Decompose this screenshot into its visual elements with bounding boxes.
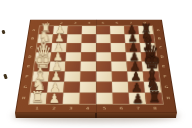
rank-label: 8 [146, 106, 163, 111]
square-a6 [110, 26, 125, 34]
black-pawn: ♟ [125, 32, 140, 43]
square-f1: ♝ [32, 72, 49, 82]
square-g7: ♟ [128, 82, 145, 93]
white-pawn: ♟ [48, 70, 64, 82]
square-e7: ♟ [127, 62, 143, 72]
square-c6 [111, 43, 126, 52]
square-a1: ♜ [39, 26, 54, 34]
chess-set-photo: 12345678 12345678 ABCDEFGH ABCDEFGH ♜♟♟♜… [0, 0, 192, 128]
white-pawn: ♟ [46, 92, 63, 105]
square-e5 [96, 62, 112, 72]
rank-label: 1 [28, 106, 45, 111]
square-g3 [63, 82, 80, 93]
file-label: C [156, 43, 165, 52]
square-a5 [96, 26, 110, 34]
brass-clasp-icon [2, 30, 6, 35]
white-pawn: ♟ [49, 60, 65, 72]
square-e3 [65, 62, 81, 72]
square-g5 [96, 82, 112, 93]
square-g2: ♟ [47, 82, 64, 93]
square-h4 [79, 93, 96, 104]
square-g8: ♞ [144, 82, 161, 93]
square-f7: ♟ [127, 72, 144, 82]
square-h2: ♟ [46, 93, 63, 104]
rank-label: 5 [96, 106, 113, 111]
square-d2: ♟ [50, 52, 66, 61]
square-c5 [96, 43, 111, 52]
rank-label: 7 [124, 21, 138, 24]
square-e8: ♚ [142, 62, 159, 72]
white-pawn: ♟ [50, 51, 65, 63]
file-label: F [160, 72, 170, 82]
rank-label: 6 [113, 106, 130, 111]
square-f4 [80, 72, 96, 82]
white-pawn: ♟ [52, 32, 67, 43]
square-e2: ♟ [49, 62, 65, 72]
square-h8: ♜ [145, 93, 163, 104]
square-e4 [80, 62, 96, 72]
square-h5 [96, 93, 113, 104]
black-pawn: ♟ [129, 92, 146, 105]
black-pawn: ♟ [129, 81, 145, 93]
file-label: H [18, 93, 28, 104]
file-label: B [155, 34, 164, 43]
square-d3 [65, 52, 81, 61]
square-f5 [96, 72, 112, 82]
square-d5 [96, 52, 111, 61]
square-b1: ♞ [38, 34, 54, 43]
rank-label: 3 [68, 21, 82, 24]
square-a2: ♟ [53, 26, 68, 34]
square-g6 [112, 82, 129, 93]
square-d8: ♛ [141, 52, 157, 61]
square-b7: ♟ [125, 34, 140, 43]
square-a7: ♟ [124, 26, 139, 34]
square-b2: ♟ [52, 34, 67, 43]
square-c3 [66, 43, 81, 52]
black-pawn: ♟ [126, 41, 141, 52]
rank-label: 5 [96, 21, 110, 24]
file-label: B [28, 34, 37, 43]
square-h1: ♜ [29, 93, 47, 104]
square-h6 [112, 93, 129, 104]
square-e6 [111, 62, 127, 72]
rank-label: 4 [79, 106, 96, 111]
rank-label: 1 [40, 21, 54, 24]
white-pawn: ♟ [51, 41, 66, 52]
file-label: G [20, 82, 30, 93]
square-d4 [81, 52, 96, 61]
square-d1: ♛ [35, 52, 51, 61]
black-pawn: ♟ [128, 70, 144, 82]
chess-board: 12345678 12345678 ABCDEFGH ABCDEFGH ♜♟♟♜… [15, 20, 177, 113]
black-pawn: ♟ [127, 60, 143, 72]
rank-label: 2 [54, 21, 68, 24]
square-c8: ♝ [140, 43, 156, 52]
file-label: F [22, 72, 32, 82]
rank-label: 4 [82, 21, 96, 24]
square-c4 [81, 43, 96, 52]
file-label: E [159, 62, 169, 72]
file-label: D [157, 52, 166, 61]
square-f6 [112, 72, 128, 82]
file-label: G [162, 82, 172, 93]
rank-label: 6 [110, 21, 124, 24]
square-a3 [67, 26, 82, 34]
brass-clasp-icon [3, 74, 8, 80]
square-d7: ♟ [126, 52, 142, 61]
rank-label: 7 [130, 106, 147, 111]
black-rook: ♜ [146, 90, 163, 105]
white-rook: ♜ [29, 90, 46, 105]
square-e1: ♚ [34, 62, 51, 72]
file-label: A [29, 26, 38, 34]
square-g1: ♞ [31, 82, 48, 93]
square-b5 [96, 34, 111, 43]
square-a8: ♜ [138, 26, 153, 34]
file-label: A [154, 26, 163, 34]
black-pawn: ♟ [127, 51, 142, 63]
square-b6 [110, 34, 125, 43]
square-h7: ♟ [129, 93, 146, 104]
file-label: E [24, 62, 34, 72]
square-f2: ♟ [48, 72, 65, 82]
square-c1: ♝ [36, 43, 52, 52]
board-front-edge [15, 113, 177, 118]
file-label: H [163, 93, 173, 104]
square-c2: ♟ [51, 43, 67, 52]
white-pawn: ♟ [47, 81, 63, 93]
square-b4 [81, 34, 96, 43]
file-label: C [27, 43, 36, 52]
rank-label: 2 [45, 106, 62, 111]
square-b8: ♞ [139, 34, 155, 43]
rank-label: 8 [138, 21, 152, 24]
square-h3 [63, 93, 80, 104]
square-b3 [67, 34, 82, 43]
board-scene: 12345678 12345678 ABCDEFGH ABCDEFGH ♜♟♟♜… [15, 0, 177, 113]
square-f3 [64, 72, 80, 82]
square-d6 [111, 52, 127, 61]
white-pawn: ♟ [53, 24, 67, 35]
square-f8: ♝ [143, 72, 160, 82]
rank-label: 3 [62, 106, 79, 111]
black-pawn: ♟ [125, 24, 139, 35]
file-label: D [25, 52, 34, 61]
square-a4 [82, 26, 96, 34]
square-g4 [80, 82, 96, 93]
square-c7: ♟ [125, 43, 141, 52]
